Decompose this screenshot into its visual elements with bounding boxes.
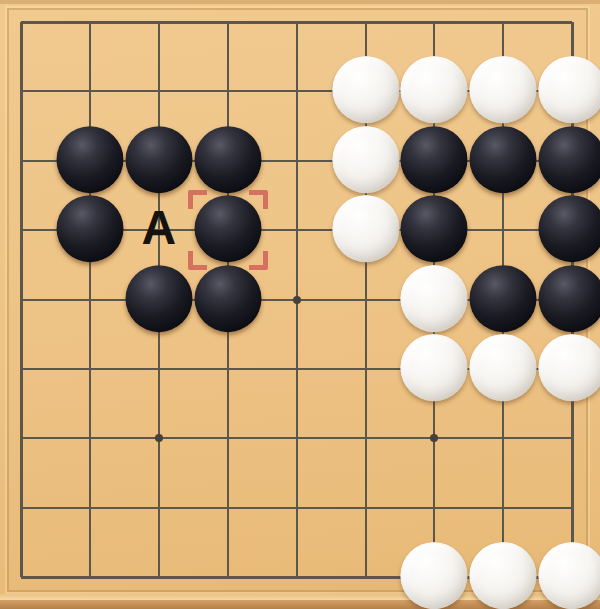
marker-corner-icon — [188, 190, 207, 209]
star-point — [155, 434, 163, 442]
black-stone — [125, 265, 192, 332]
grid-line-horizontal — [21, 160, 572, 162]
go-board-screenshot: A — [0, 0, 600, 609]
star-point — [293, 296, 301, 304]
black-stone — [470, 126, 537, 193]
white-stone — [470, 57, 537, 124]
black-stone — [470, 265, 537, 332]
board-frame-bottom-edge — [0, 600, 600, 609]
grid-line-horizontal — [21, 507, 572, 509]
grid-line-horizontal — [21, 299, 572, 301]
white-stone — [539, 57, 600, 124]
black-stone — [56, 195, 123, 262]
black-stone — [194, 265, 261, 332]
black-stone — [125, 126, 192, 193]
grid-line-horizontal — [21, 229, 572, 231]
grid-line-vertical — [365, 22, 367, 577]
white-stone — [401, 334, 468, 401]
grid-line-vertical — [502, 22, 504, 577]
white-stone — [332, 57, 399, 124]
black-stone — [401, 126, 468, 193]
marker-corner-icon — [188, 251, 207, 270]
move-option-label-a[interactable]: A — [141, 204, 176, 252]
white-stone — [401, 57, 468, 124]
grid-line-vertical — [20, 22, 23, 577]
white-stone — [470, 334, 537, 401]
grid-line-vertical — [296, 22, 298, 577]
white-stone — [332, 195, 399, 262]
selected-stone-marker — [188, 190, 268, 270]
white-stone — [332, 126, 399, 193]
grid-line-horizontal — [21, 576, 572, 579]
grid-line-vertical — [433, 22, 435, 577]
go-board[interactable]: A — [0, 0, 600, 609]
star-point — [430, 434, 438, 442]
marker-corner-icon — [249, 190, 268, 209]
star-point — [430, 157, 438, 165]
black-stone — [56, 126, 123, 193]
black-stone — [539, 126, 600, 193]
white-stone — [539, 334, 600, 401]
star-point — [155, 157, 163, 165]
grid-line-horizontal — [21, 368, 572, 370]
grid-line-vertical — [227, 22, 229, 577]
black-stone — [194, 126, 261, 193]
black-stone — [401, 195, 468, 262]
grid-line-horizontal — [21, 90, 572, 92]
grid-line-vertical — [158, 22, 160, 577]
grid-line-vertical — [571, 22, 574, 577]
black-stone — [539, 195, 600, 262]
grid-line-horizontal — [21, 21, 572, 24]
grid-line-vertical — [89, 22, 91, 577]
grid-line-horizontal — [21, 437, 572, 439]
marker-corner-icon — [249, 251, 268, 270]
white-stone — [401, 265, 468, 332]
black-stone — [539, 265, 600, 332]
black-stone — [194, 195, 261, 262]
